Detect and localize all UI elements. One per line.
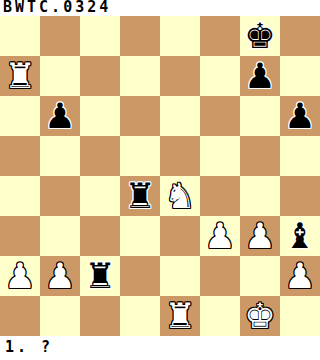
square-h1[interactable] — [280, 296, 320, 336]
square-g4[interactable] — [240, 176, 280, 216]
square-h3[interactable]: ♝ — [280, 216, 320, 256]
white-pawn-a2: ♟ — [0, 256, 40, 296]
square-g2[interactable] — [240, 256, 280, 296]
square-c6[interactable] — [80, 96, 120, 136]
square-d5[interactable] — [120, 136, 160, 176]
square-a4[interactable] — [0, 176, 40, 216]
square-f4[interactable] — [200, 176, 240, 216]
square-e7[interactable] — [160, 56, 200, 96]
square-f8[interactable] — [200, 16, 240, 56]
square-h8[interactable] — [280, 16, 320, 56]
square-g8[interactable]: ♚ — [240, 16, 280, 56]
move-prompt: 1. ? — [5, 336, 53, 360]
square-h6[interactable]: ♟ — [280, 96, 320, 136]
square-b3[interactable] — [40, 216, 80, 256]
square-c8[interactable] — [80, 16, 120, 56]
white-pawn-g3: ♟ — [240, 216, 280, 256]
square-e4[interactable]: ♞ — [160, 176, 200, 216]
square-f2[interactable] — [200, 256, 240, 296]
square-a1[interactable] — [0, 296, 40, 336]
black-rook-d4: ♜ — [120, 176, 160, 216]
square-c5[interactable] — [80, 136, 120, 176]
square-a8[interactable] — [0, 16, 40, 56]
square-h2[interactable]: ♟ — [280, 256, 320, 296]
square-d7[interactable] — [120, 56, 160, 96]
puzzle-title: BWTC.0324 — [3, 0, 111, 16]
square-c4[interactable] — [80, 176, 120, 216]
square-g3[interactable]: ♟ — [240, 216, 280, 256]
square-a2[interactable]: ♟ — [0, 256, 40, 296]
square-c2[interactable]: ♜ — [80, 256, 120, 296]
square-g6[interactable] — [240, 96, 280, 136]
white-king-g1: ♚ — [240, 296, 280, 336]
white-pawn-b2: ♟ — [40, 256, 80, 296]
square-h4[interactable] — [280, 176, 320, 216]
square-h5[interactable] — [280, 136, 320, 176]
black-pawn-h6: ♟ — [280, 96, 320, 136]
square-a7[interactable]: ♜ — [0, 56, 40, 96]
square-g5[interactable] — [240, 136, 280, 176]
square-g1[interactable]: ♚ — [240, 296, 280, 336]
square-b5[interactable] — [40, 136, 80, 176]
square-b4[interactable] — [40, 176, 80, 216]
square-a6[interactable] — [0, 96, 40, 136]
square-d8[interactable] — [120, 16, 160, 56]
square-e1[interactable]: ♜ — [160, 296, 200, 336]
white-pawn-h2: ♟ — [280, 256, 320, 296]
square-f5[interactable] — [200, 136, 240, 176]
square-e5[interactable] — [160, 136, 200, 176]
square-c3[interactable] — [80, 216, 120, 256]
square-b7[interactable] — [40, 56, 80, 96]
white-knight-e4: ♞ — [160, 176, 200, 216]
square-h7[interactable] — [280, 56, 320, 96]
white-pawn-f3: ♟ — [200, 216, 240, 256]
chess-board: ♚♜♟♟♟♜♞♟♟♝♟♟♜♟♜♚ — [0, 16, 320, 336]
square-f7[interactable] — [200, 56, 240, 96]
square-d4[interactable]: ♜ — [120, 176, 160, 216]
square-d1[interactable] — [120, 296, 160, 336]
square-d3[interactable] — [120, 216, 160, 256]
square-e3[interactable] — [160, 216, 200, 256]
square-c7[interactable] — [80, 56, 120, 96]
square-b1[interactable] — [40, 296, 80, 336]
square-f1[interactable] — [200, 296, 240, 336]
square-e2[interactable] — [160, 256, 200, 296]
square-e6[interactable] — [160, 96, 200, 136]
square-a5[interactable] — [0, 136, 40, 176]
square-b6[interactable]: ♟ — [40, 96, 80, 136]
black-pawn-b6: ♟ — [40, 96, 80, 136]
black-pawn-g7: ♟ — [240, 56, 280, 96]
square-b2[interactable]: ♟ — [40, 256, 80, 296]
black-rook-c2: ♜ — [80, 256, 120, 296]
square-f3[interactable]: ♟ — [200, 216, 240, 256]
square-f6[interactable] — [200, 96, 240, 136]
square-a3[interactable] — [0, 216, 40, 256]
square-d2[interactable] — [120, 256, 160, 296]
square-e8[interactable] — [160, 16, 200, 56]
square-g7[interactable]: ♟ — [240, 56, 280, 96]
black-bishop-h3: ♝ — [280, 216, 320, 256]
square-c1[interactable] — [80, 296, 120, 336]
square-d6[interactable] — [120, 96, 160, 136]
square-b8[interactable] — [40, 16, 80, 56]
white-rook-a7: ♜ — [0, 56, 40, 96]
white-rook-e1: ♜ — [160, 296, 200, 336]
black-king-g8: ♚ — [240, 16, 280, 56]
